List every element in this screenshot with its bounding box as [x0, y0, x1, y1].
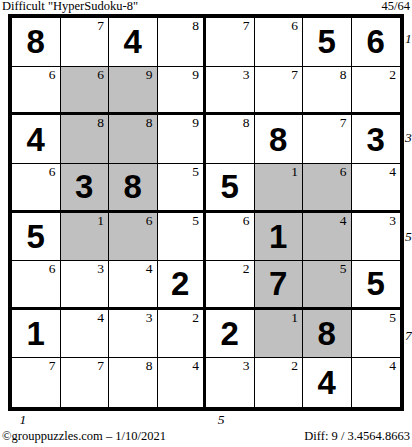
- cell-r7c6[interactable]: 1: [255, 310, 304, 359]
- cell-clue: 1: [97, 213, 104, 229]
- cell-clue: 5: [340, 261, 347, 277]
- cell-clue: 6: [49, 261, 56, 277]
- cell-clue: 5: [192, 164, 199, 180]
- cell-r8c3[interactable]: 8: [109, 358, 158, 407]
- cell-r5c8[interactable]: 3: [352, 213, 401, 262]
- cell-r2c7[interactable]: 8: [303, 67, 352, 116]
- cell-clue: 4: [389, 164, 396, 180]
- difficulty-text: Diff: 9 / 3.4564.8663: [304, 429, 412, 444]
- cell-r4c7[interactable]: 6: [303, 164, 352, 213]
- cell-value: 5: [303, 18, 351, 66]
- cell-clue: 2: [243, 261, 250, 277]
- cell-clue: 6: [49, 67, 56, 83]
- cell-value: 4: [12, 115, 60, 163]
- cell-r3c7[interactable]: 7: [303, 115, 352, 164]
- cell-r6c3[interactable]: 4: [109, 261, 158, 310]
- cell-r2c3[interactable]: 9: [109, 67, 158, 116]
- cell-r4c6[interactable]: 1: [255, 164, 304, 213]
- row-label-7: 7: [405, 328, 412, 344]
- col-label-1: 1: [17, 412, 29, 428]
- cell-value: 5: [206, 164, 254, 210]
- cell-r2c5[interactable]: 3: [206, 67, 255, 116]
- cell-r2c2[interactable]: 6: [61, 67, 110, 116]
- cell-clue: 8: [97, 115, 104, 131]
- cell-clue: 6: [340, 164, 347, 180]
- cell-clue: 4: [146, 261, 153, 277]
- cell-r3c4[interactable]: 9: [158, 115, 207, 164]
- cell-r1c7[interactable]: 5: [303, 18, 352, 67]
- cell-r2c8[interactable]: 2: [352, 67, 401, 116]
- cell-clue: 3: [389, 213, 396, 229]
- cell-r1c2[interactable]: 7: [61, 18, 110, 67]
- cell-clue: 8: [146, 115, 153, 131]
- cell-r8c7[interactable]: 4: [303, 358, 352, 407]
- puzzle-page: { "game": "HyperSudoku-8 (8x8 sudoku, 4x…: [0, 0, 412, 447]
- cell-r6c1[interactable]: 6: [12, 261, 61, 310]
- cell-r4c8[interactable]: 4: [352, 164, 401, 213]
- cell-r4c3[interactable]: 8: [109, 164, 158, 213]
- cell-r5c2[interactable]: 1: [61, 213, 110, 262]
- cell-clue: 8: [146, 358, 153, 374]
- cell-clue: 7: [340, 115, 347, 131]
- cell-r3c6[interactable]: 8: [255, 115, 304, 164]
- cell-clue: 1: [291, 310, 298, 326]
- cell-r7c2[interactable]: 4: [61, 310, 110, 359]
- cell-r8c4[interactable]: 4: [158, 358, 207, 407]
- cell-r4c5[interactable]: 5: [206, 164, 255, 213]
- cell-clue: 8: [243, 115, 250, 131]
- sudoku-board: 8748765666993782488988736385516451656143…: [8, 14, 404, 411]
- cell-clue: 9: [192, 67, 199, 83]
- cell-value: 8: [109, 164, 157, 210]
- cell-r7c7[interactable]: 8: [303, 310, 352, 359]
- cell-clue: 6: [49, 164, 56, 180]
- cell-clue: 2: [291, 358, 298, 374]
- cell-value: 1: [12, 310, 60, 358]
- cell-value: 3: [61, 164, 109, 210]
- cell-r5c1[interactable]: 5: [12, 213, 61, 262]
- cell-value: 8: [12, 18, 60, 66]
- cell-clue: 6: [243, 213, 250, 229]
- cell-clue: 7: [243, 18, 250, 34]
- cell-clue: 5: [192, 213, 199, 229]
- cell-clue: 6: [291, 18, 298, 34]
- cell-value: 2: [206, 310, 254, 358]
- cell-r1c6[interactable]: 6: [255, 18, 304, 67]
- header: Difficult "HyperSudoku-8" 45/64: [0, 0, 412, 13]
- cell-r3c2[interactable]: 8: [61, 115, 110, 164]
- cell-r7c4[interactable]: 2: [158, 310, 207, 359]
- cell-value: 4: [303, 358, 351, 407]
- cell-r7c3[interactable]: 3: [109, 310, 158, 359]
- cell-value: 2: [158, 261, 204, 307]
- cell-r3c5[interactable]: 8: [206, 115, 255, 164]
- cell-clue: 8: [340, 67, 347, 83]
- cell-r4c4[interactable]: 5: [158, 164, 207, 213]
- cell-clue: 4: [389, 358, 396, 374]
- cell-value: 8: [255, 115, 303, 163]
- cell-clue: 7: [97, 358, 104, 374]
- cell-r7c5[interactable]: 2: [206, 310, 255, 359]
- cell-r3c8[interactable]: 3: [352, 115, 401, 164]
- puzzle-title: Difficult "HyperSudoku-8": [0, 0, 138, 13]
- row-label-5: 5: [405, 229, 412, 245]
- cell-r5c6[interactable]: 1: [255, 213, 304, 262]
- cell-r7c1[interactable]: 1: [12, 310, 61, 359]
- col-label-5: 5: [215, 412, 227, 428]
- footer: ©grouppuzzles.com – 1/10/2021 Diff: 9 / …: [0, 429, 412, 445]
- cell-r6c2[interactable]: 3: [61, 261, 110, 310]
- cell-r5c7[interactable]: 4: [303, 213, 352, 262]
- cell-r8c8[interactable]: 4: [352, 358, 401, 407]
- cell-r1c3[interactable]: 4: [109, 18, 158, 67]
- cell-clue: 4: [97, 310, 104, 326]
- cell-r6c5[interactable]: 2: [206, 261, 255, 310]
- cell-r6c6[interactable]: 7: [255, 261, 304, 310]
- cell-r5c3[interactable]: 6: [109, 213, 158, 262]
- cell-value: 4: [109, 18, 157, 66]
- cell-value: 8: [303, 310, 351, 358]
- cell-r1c8[interactable]: 6: [352, 18, 401, 67]
- cell-clue: 7: [291, 67, 298, 83]
- cell-clue: 9: [192, 115, 199, 131]
- cell-clue: 4: [192, 358, 199, 374]
- row-label-3: 3: [405, 130, 412, 146]
- cell-r2c1[interactable]: 6: [12, 67, 61, 116]
- cell-value: 5: [12, 213, 60, 261]
- cell-clue: 8: [192, 18, 199, 34]
- cell-clue: 5: [389, 310, 396, 326]
- cell-clue: 7: [49, 358, 56, 374]
- cell-r4c1[interactable]: 6: [12, 164, 61, 213]
- cell-r2c6[interactable]: 7: [255, 67, 304, 116]
- cell-r4c2[interactable]: 3: [61, 164, 110, 213]
- cell-r8c2[interactable]: 7: [61, 358, 110, 407]
- cell-r3c1[interactable]: 4: [12, 115, 61, 164]
- cell-clue: 2: [192, 310, 199, 326]
- cell-clue: 7: [97, 18, 104, 34]
- cell-clue: 3: [97, 261, 104, 277]
- cell-r5c4[interactable]: 5: [158, 213, 207, 262]
- row-label-1: 1: [405, 31, 412, 47]
- cell-value: 7: [255, 261, 303, 307]
- cell-r8c1[interactable]: 7: [12, 358, 61, 407]
- cell-value: 6: [352, 18, 401, 66]
- cell-value: 1: [255, 213, 303, 261]
- cell-r7c8[interactable]: 5: [352, 310, 401, 359]
- cell-r6c7[interactable]: 5: [303, 261, 352, 310]
- cell-clue: 3: [243, 67, 250, 83]
- cell-clue: 9: [146, 67, 153, 83]
- cell-clue: 3: [146, 310, 153, 326]
- cell-r1c5[interactable]: 7: [206, 18, 255, 67]
- cell-r1c1[interactable]: 8: [12, 18, 61, 67]
- cell-r2c4[interactable]: 9: [158, 67, 207, 116]
- remaining-counter: 45/64: [382, 0, 412, 13]
- cell-clue: 4: [340, 213, 347, 229]
- cell-clue: 1: [291, 164, 298, 180]
- cell-clue: 6: [146, 213, 153, 229]
- cell-value: 5: [352, 261, 401, 307]
- cell-value: 3: [352, 115, 401, 163]
- cell-r5c5[interactable]: 6: [206, 213, 255, 262]
- cell-r8c5[interactable]: 3: [206, 358, 255, 407]
- cell-r3c3[interactable]: 8: [109, 115, 158, 164]
- copyright-text: ©grouppuzzles.com – 1/10/2021: [0, 429, 166, 444]
- cell-clue: 2: [389, 67, 396, 83]
- cell-clue: 6: [97, 67, 104, 83]
- cell-r6c8[interactable]: 5: [352, 261, 401, 310]
- cell-clue: 3: [243, 358, 250, 374]
- cell-r6c4[interactable]: 2: [158, 261, 207, 310]
- cell-r1c4[interactable]: 8: [158, 18, 207, 67]
- cell-r8c6[interactable]: 2: [255, 358, 304, 407]
